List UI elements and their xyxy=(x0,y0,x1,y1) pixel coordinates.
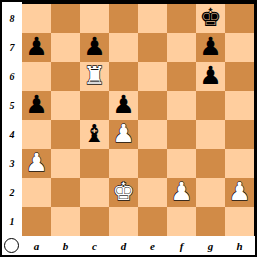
black-pawn-icon: ♟ xyxy=(83,34,105,59)
square-a5[interactable]: ♟ xyxy=(22,91,51,120)
rank-label-3: 3 xyxy=(2,149,22,178)
square-g8[interactable]: ♚ xyxy=(196,4,225,33)
square-a8[interactable] xyxy=(22,4,51,33)
file-label-f: f xyxy=(167,238,196,254)
square-e3[interactable] xyxy=(138,149,167,178)
square-f5[interactable] xyxy=(167,91,196,120)
square-g2[interactable] xyxy=(196,178,225,207)
square-c6[interactable]: ♜ xyxy=(80,62,109,91)
square-g1[interactable] xyxy=(196,207,225,236)
square-b7[interactable] xyxy=(51,33,80,62)
black-king-icon: ♚ xyxy=(199,5,221,30)
file-labels: abcdefgh xyxy=(22,238,254,254)
square-g3[interactable] xyxy=(196,149,225,178)
square-d2[interactable]: ♚ xyxy=(109,178,138,207)
square-e1[interactable] xyxy=(138,207,167,236)
square-d7[interactable] xyxy=(109,33,138,62)
square-d8[interactable] xyxy=(109,4,138,33)
square-a3[interactable]: ♟ xyxy=(22,149,51,178)
rank-label-2: 2 xyxy=(2,178,22,207)
file-label-h: h xyxy=(225,238,254,254)
rank-label-7: 7 xyxy=(2,33,22,62)
square-c5[interactable] xyxy=(80,91,109,120)
square-d1[interactable] xyxy=(109,207,138,236)
square-b8[interactable] xyxy=(51,4,80,33)
square-a6[interactable] xyxy=(22,62,51,91)
chess-board: ♚♟♟♟♜♟♟♟♝♟♟♚♟♟ xyxy=(22,4,254,236)
square-e2[interactable] xyxy=(138,178,167,207)
black-pawn-icon: ♟ xyxy=(199,34,221,59)
square-g6[interactable]: ♟ xyxy=(196,62,225,91)
square-f3[interactable] xyxy=(167,149,196,178)
square-f1[interactable] xyxy=(167,207,196,236)
square-c1[interactable] xyxy=(80,207,109,236)
square-a1[interactable] xyxy=(22,207,51,236)
square-d4[interactable]: ♟ xyxy=(109,120,138,149)
black-pawn-icon: ♟ xyxy=(25,92,47,117)
square-f6[interactable] xyxy=(167,62,196,91)
square-e6[interactable] xyxy=(138,62,167,91)
rank-label-8: 8 xyxy=(2,4,22,33)
square-e8[interactable] xyxy=(138,4,167,33)
square-c8[interactable] xyxy=(80,4,109,33)
square-b1[interactable] xyxy=(51,207,80,236)
square-b5[interactable] xyxy=(51,91,80,120)
square-e7[interactable] xyxy=(138,33,167,62)
square-d5[interactable]: ♟ xyxy=(109,91,138,120)
rank-labels: 87654321 xyxy=(2,4,22,236)
square-f4[interactable] xyxy=(167,120,196,149)
white-pawn-icon: ♟ xyxy=(112,121,134,146)
file-label-c: c xyxy=(80,238,109,254)
square-c4[interactable]: ♝ xyxy=(80,120,109,149)
square-c3[interactable] xyxy=(80,149,109,178)
file-label-g: g xyxy=(196,238,225,254)
white-king-icon: ♚ xyxy=(112,179,134,204)
file-label-b: b xyxy=(51,238,80,254)
square-h2[interactable]: ♟ xyxy=(225,178,254,207)
square-b3[interactable] xyxy=(51,149,80,178)
square-g4[interactable] xyxy=(196,120,225,149)
black-pawn-icon: ♟ xyxy=(199,63,221,88)
square-a7[interactable]: ♟ xyxy=(22,33,51,62)
square-f7[interactable] xyxy=(167,33,196,62)
square-f2[interactable]: ♟ xyxy=(167,178,196,207)
chess-diagram: 87654321 ♚♟♟♟♜♟♟♟♝♟♟♚♟♟ abcdefgh xyxy=(0,0,257,257)
square-b4[interactable] xyxy=(51,120,80,149)
white-pawn-icon: ♟ xyxy=(170,179,192,204)
square-h1[interactable] xyxy=(225,207,254,236)
square-d3[interactable] xyxy=(109,149,138,178)
square-g5[interactable] xyxy=(196,91,225,120)
square-e4[interactable] xyxy=(138,120,167,149)
square-b6[interactable] xyxy=(51,62,80,91)
square-f8[interactable] xyxy=(167,4,196,33)
rank-label-6: 6 xyxy=(2,62,22,91)
square-h8[interactable] xyxy=(225,4,254,33)
square-c7[interactable]: ♟ xyxy=(80,33,109,62)
square-a4[interactable] xyxy=(22,120,51,149)
white-to-move-indicator xyxy=(4,238,19,253)
square-e5[interactable] xyxy=(138,91,167,120)
black-pawn-icon: ♟ xyxy=(112,92,134,117)
black-bishop-icon: ♝ xyxy=(83,121,105,146)
rank-label-5: 5 xyxy=(2,91,22,120)
white-pawn-icon: ♟ xyxy=(25,150,47,175)
file-label-a: a xyxy=(22,238,51,254)
file-label-e: e xyxy=(138,238,167,254)
square-h7[interactable] xyxy=(225,33,254,62)
square-c2[interactable] xyxy=(80,178,109,207)
white-pawn-icon: ♟ xyxy=(228,179,250,204)
file-label-d: d xyxy=(109,238,138,254)
white-rook-icon: ♜ xyxy=(83,63,105,88)
rank-label-1: 1 xyxy=(2,207,22,236)
black-pawn-icon: ♟ xyxy=(25,34,47,59)
square-h6[interactable] xyxy=(225,62,254,91)
square-h4[interactable] xyxy=(225,120,254,149)
square-h5[interactable] xyxy=(225,91,254,120)
square-a2[interactable] xyxy=(22,178,51,207)
rank-label-4: 4 xyxy=(2,120,22,149)
square-h3[interactable] xyxy=(225,149,254,178)
square-g7[interactable]: ♟ xyxy=(196,33,225,62)
square-d6[interactable] xyxy=(109,62,138,91)
square-b2[interactable] xyxy=(51,178,80,207)
